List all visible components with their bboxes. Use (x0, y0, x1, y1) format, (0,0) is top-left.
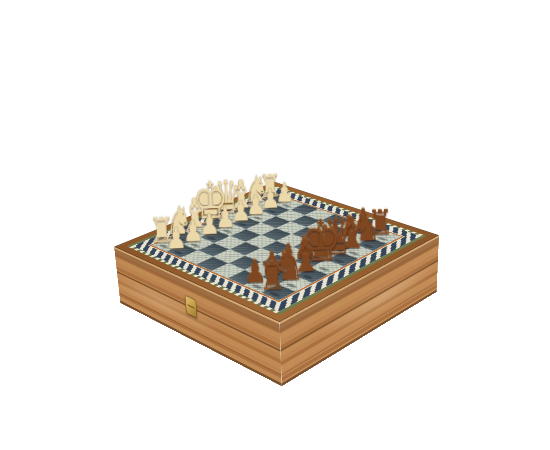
chess-case: ♜♟♟♜♞♟♟♞♝♟♟♝♛♟♟♛♚♟♟♚♝♟♟♝♞♟♟♞♜♟♟♜ (114, 182, 439, 323)
camera-tilt-wrapper: ♜♟♟♜♞♟♟♞♝♟♟♝♛♟♟♛♚♟♟♚♝♟♟♝♞♟♟♞♜♟♟♜ (0, 0, 550, 450)
square: ♟ (166, 244, 198, 258)
square: ♜ (261, 284, 296, 300)
brass-clasp (185, 295, 198, 319)
product-photo: ♜♟♟♜♞♟♟♞♝♟♟♝♛♟♟♛♚♟♟♚♝♟♟♝♞♟♟♞♜♟♟♜ (0, 0, 550, 450)
chess-piece-black-rook: ♜ (235, 256, 310, 296)
perspective-scene: ♜♟♟♜♞♟♟♞♝♟♟♝♛♟♟♛♚♟♟♚♝♟♟♝♞♟♟♞♜♟♟♜ (0, 0, 550, 450)
chess-piece-white-pawn: ♟ (142, 223, 210, 255)
